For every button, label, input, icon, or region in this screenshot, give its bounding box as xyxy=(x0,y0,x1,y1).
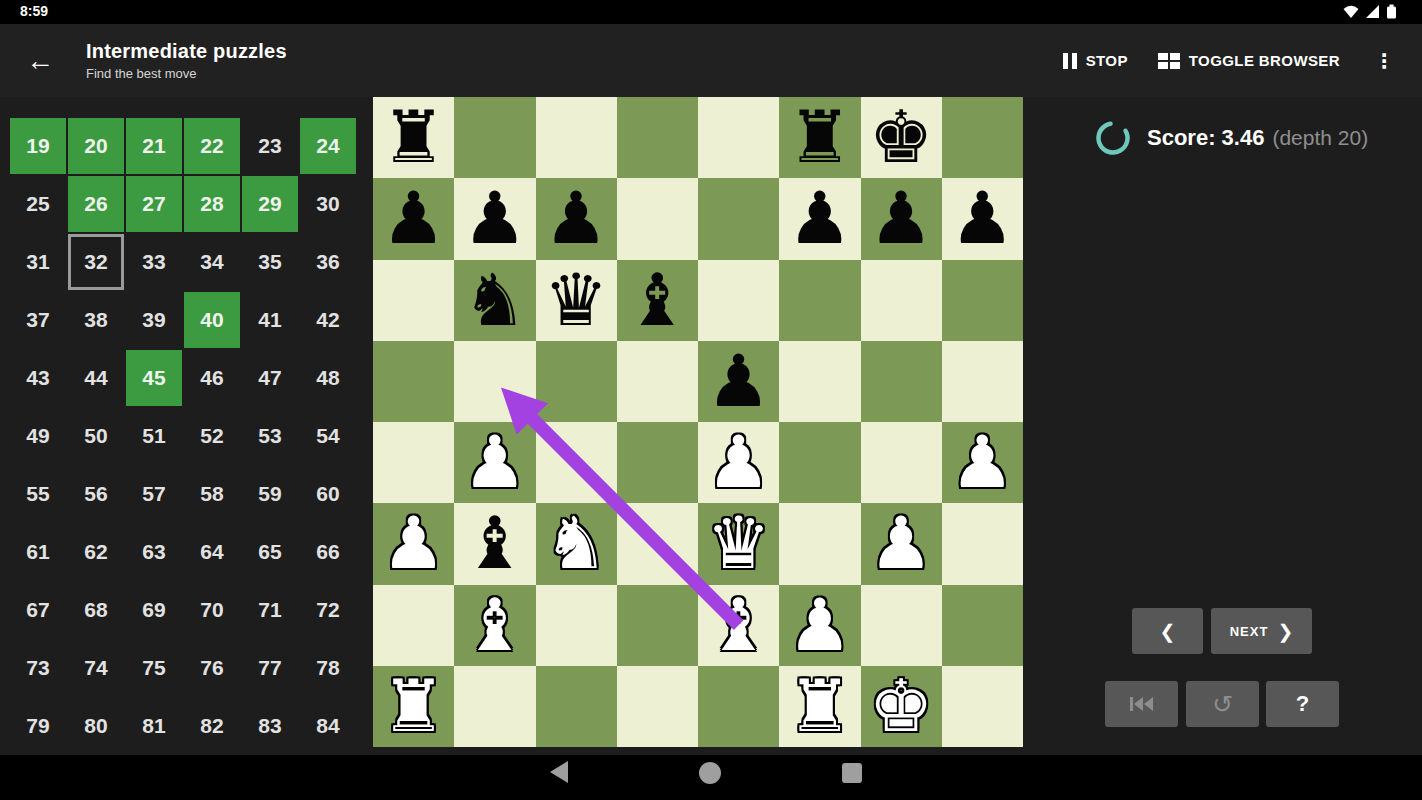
board-area: ♜♜♚♟♟♟♟♟♟♞♛♝♟♟♟♟♟♝♞♛♟♝♝♟♜♜♚ xyxy=(373,97,1023,747)
puzzle-number-51[interactable]: 51 xyxy=(126,408,182,464)
square-g2[interactable] xyxy=(861,585,942,666)
puzzle-number-33[interactable]: 33 xyxy=(126,234,182,290)
puzzle-number-84[interactable]: 84 xyxy=(300,698,356,754)
square-g3[interactable]: ♟ xyxy=(861,503,942,584)
browser-grid-icon xyxy=(1158,53,1180,69)
puzzle-number-35[interactable]: 35 xyxy=(242,234,298,290)
page-subtitle: Find the best move xyxy=(86,66,287,81)
square-g5[interactable] xyxy=(861,341,942,422)
puzzle-number-39[interactable]: 39 xyxy=(126,292,182,348)
page-title: Intermediate puzzles xyxy=(86,40,287,63)
wifi-icon xyxy=(1344,6,1359,18)
puzzle-number-22[interactable]: 22 xyxy=(184,118,240,174)
signal-icon xyxy=(1366,5,1379,18)
puzzle-number-55[interactable]: 55 xyxy=(10,466,66,522)
toggle-browser-button[interactable]: TOGGLE BROWSER xyxy=(1158,52,1340,69)
puzzle-number-48[interactable]: 48 xyxy=(300,350,356,406)
square-e8[interactable] xyxy=(698,97,779,178)
black-pawn: ♟ xyxy=(373,178,454,258)
square-b5[interactable] xyxy=(454,341,535,422)
square-h5[interactable] xyxy=(942,341,1023,422)
clock: 8:59 xyxy=(20,3,48,19)
chevron-right-icon: ❯ xyxy=(1277,620,1293,642)
square-h4[interactable]: ♟ xyxy=(942,422,1023,503)
square-b3[interactable]: ♝ xyxy=(454,503,535,584)
appbar-actions: STOP TOGGLE BROWSER ⋮ xyxy=(1063,49,1398,73)
black-knight: ♞ xyxy=(454,260,535,340)
puzzle-number-77[interactable]: 77 xyxy=(242,640,298,696)
skip-to-start-icon xyxy=(1130,697,1153,711)
puzzle-number-44[interactable]: 44 xyxy=(68,350,124,406)
puzzle-number-41[interactable]: 41 xyxy=(242,292,298,348)
puzzle-number-59[interactable]: 59 xyxy=(242,466,298,522)
square-e6[interactable] xyxy=(698,260,779,341)
square-f4[interactable] xyxy=(779,422,860,503)
square-h6[interactable] xyxy=(942,260,1023,341)
puzzle-number-80[interactable]: 80 xyxy=(68,698,124,754)
puzzle-number-67[interactable]: 67 xyxy=(10,582,66,638)
square-a8[interactable]: ♜ xyxy=(373,97,454,178)
square-c2[interactable] xyxy=(536,585,617,666)
puzzle-number-49[interactable]: 49 xyxy=(10,408,66,464)
puzzle-number-69[interactable]: 69 xyxy=(126,582,182,638)
puzzle-number-83[interactable]: 83 xyxy=(242,698,298,754)
chevron-left-icon: ❮ xyxy=(1160,620,1176,642)
puzzle-number-79[interactable]: 79 xyxy=(10,698,66,754)
android-recents-icon[interactable] xyxy=(842,763,862,783)
black-pawn: ♟ xyxy=(779,178,860,258)
black-pawn: ♟ xyxy=(454,178,535,258)
puzzle-number-64[interactable]: 64 xyxy=(184,524,240,580)
white-bishop: ♝ xyxy=(698,585,779,665)
square-a7[interactable]: ♟ xyxy=(373,178,454,259)
square-a1[interactable]: ♜ xyxy=(373,666,454,747)
status-icons xyxy=(1342,4,1408,20)
puzzle-number-20[interactable]: 20 xyxy=(68,118,124,174)
engine-score-row: Score: 3.46(depth 20) xyxy=(1094,119,1368,157)
puzzle-number-72[interactable]: 72 xyxy=(300,582,356,638)
square-h8[interactable] xyxy=(942,97,1023,178)
puzzle-number-63[interactable]: 63 xyxy=(126,524,182,580)
square-e4[interactable]: ♟ xyxy=(698,422,779,503)
pause-icon xyxy=(1063,53,1077,69)
square-f6[interactable] xyxy=(779,260,860,341)
square-g8[interactable]: ♚ xyxy=(861,97,942,178)
white-bishop: ♝ xyxy=(454,585,535,665)
white-pawn: ♟ xyxy=(942,422,1023,502)
puzzle-number-76[interactable]: 76 xyxy=(184,640,240,696)
black-bishop: ♝ xyxy=(617,260,698,340)
square-d5[interactable] xyxy=(617,341,698,422)
square-b6[interactable]: ♞ xyxy=(454,260,535,341)
square-f5[interactable] xyxy=(779,341,860,422)
help-button[interactable]: ? xyxy=(1266,681,1339,727)
puzzle-number-78[interactable]: 78 xyxy=(300,640,356,696)
square-e7[interactable] xyxy=(698,178,779,259)
puzzle-number-38[interactable]: 38 xyxy=(68,292,124,348)
square-c6[interactable]: ♛ xyxy=(536,260,617,341)
skip-to-start-button[interactable] xyxy=(1105,681,1178,727)
square-d3[interactable] xyxy=(617,503,698,584)
puzzle-number-34[interactable]: 34 xyxy=(184,234,240,290)
puzzle-number-75[interactable]: 75 xyxy=(126,640,182,696)
puzzle-number-66[interactable]: 66 xyxy=(300,524,356,580)
square-d4[interactable] xyxy=(617,422,698,503)
black-rook: ♜ xyxy=(779,97,860,177)
white-pawn: ♟ xyxy=(779,585,860,665)
square-b1[interactable] xyxy=(454,666,535,747)
puzzle-number-57[interactable]: 57 xyxy=(126,466,182,522)
puzzle-number-21[interactable]: 21 xyxy=(126,118,182,174)
square-a5[interactable] xyxy=(373,341,454,422)
square-a3[interactable]: ♟ xyxy=(373,503,454,584)
white-king: ♚ xyxy=(861,666,942,746)
black-pawn: ♟ xyxy=(861,178,942,258)
puzzle-number-19[interactable]: 19 xyxy=(10,118,66,174)
square-d8[interactable] xyxy=(617,97,698,178)
undo-icon: ↺ xyxy=(1212,692,1233,717)
square-d2[interactable] xyxy=(617,585,698,666)
android-home-icon[interactable] xyxy=(699,762,721,784)
puzzle-number-81[interactable]: 81 xyxy=(126,698,182,754)
puzzle-number-54[interactable]: 54 xyxy=(300,408,356,464)
puzzle-number-31[interactable]: 31 xyxy=(10,234,66,290)
white-knight: ♞ xyxy=(536,503,617,583)
white-rook: ♜ xyxy=(373,666,454,746)
puzzle-number-36[interactable]: 36 xyxy=(300,234,356,290)
square-c5[interactable] xyxy=(536,341,617,422)
puzzle-number-29[interactable]: 29 xyxy=(242,176,298,232)
square-e3[interactable]: ♛ xyxy=(698,503,779,584)
square-h2[interactable] xyxy=(942,585,1023,666)
white-pawn: ♟ xyxy=(698,422,779,502)
puzzle-number-82[interactable]: 82 xyxy=(184,698,240,754)
puzzle-number-25[interactable]: 25 xyxy=(10,176,66,232)
engine-spinner-icon xyxy=(1094,119,1132,157)
puzzle-number-53[interactable]: 53 xyxy=(242,408,298,464)
puzzle-number-27[interactable]: 27 xyxy=(126,176,182,232)
android-back-icon[interactable] xyxy=(550,761,568,783)
puzzle-number-45[interactable]: 45 xyxy=(126,350,182,406)
undo-move-button[interactable]: ↺ xyxy=(1186,681,1259,727)
black-rook: ♜ xyxy=(373,97,454,177)
black-pawn: ♟ xyxy=(942,178,1023,258)
puzzle-number-30[interactable]: 30 xyxy=(300,176,356,232)
puzzle-number-52[interactable]: 52 xyxy=(184,408,240,464)
back-arrow-icon[interactable]: ← xyxy=(26,47,54,75)
black-queen: ♛ xyxy=(536,260,617,340)
square-h3[interactable] xyxy=(942,503,1023,584)
puzzle-number-43[interactable]: 43 xyxy=(10,350,66,406)
white-pawn: ♟ xyxy=(861,503,942,583)
square-f2[interactable]: ♟ xyxy=(779,585,860,666)
square-f1[interactable]: ♜ xyxy=(779,666,860,747)
puzzle-number-65[interactable]: 65 xyxy=(242,524,298,580)
puzzle-grid: 1920212223242526272829303132333435363738… xyxy=(10,118,356,754)
square-b2[interactable]: ♝ xyxy=(454,585,535,666)
puzzle-number-60[interactable]: 60 xyxy=(300,466,356,522)
app-bar: ← Intermediate puzzles Find the best mov… xyxy=(0,24,1422,97)
square-f3[interactable] xyxy=(779,503,860,584)
square-e5[interactable]: ♟ xyxy=(698,341,779,422)
status-bar: 8:59 xyxy=(0,0,1422,24)
square-d7[interactable] xyxy=(617,178,698,259)
puzzle-number-24[interactable]: 24 xyxy=(300,118,356,174)
next-puzzle-button[interactable]: NEXT ❯ xyxy=(1211,608,1312,654)
square-b7[interactable]: ♟ xyxy=(454,178,535,259)
score-value: Score: 3.46(depth 20) xyxy=(1147,125,1368,151)
puzzle-number-74[interactable]: 74 xyxy=(68,640,124,696)
puzzle-number-73[interactable]: 73 xyxy=(10,640,66,696)
square-c3[interactable]: ♞ xyxy=(536,503,617,584)
puzzle-number-47[interactable]: 47 xyxy=(242,350,298,406)
puzzle-number-56[interactable]: 56 xyxy=(68,466,124,522)
app-screen: 8:59 ← Intermediate puzzles Find the bes… xyxy=(0,0,1422,800)
square-h7[interactable]: ♟ xyxy=(942,178,1023,259)
black-king: ♚ xyxy=(861,97,942,177)
square-a6[interactable] xyxy=(373,260,454,341)
square-g4[interactable] xyxy=(861,422,942,503)
puzzle-number-37[interactable]: 37 xyxy=(10,292,66,348)
square-c1[interactable] xyxy=(536,666,617,747)
puzzle-number-71[interactable]: 71 xyxy=(242,582,298,638)
help-icon: ? xyxy=(1296,691,1309,717)
square-e1[interactable] xyxy=(698,666,779,747)
puzzle-number-46[interactable]: 46 xyxy=(184,350,240,406)
square-d6[interactable]: ♝ xyxy=(617,260,698,341)
puzzle-number-40[interactable]: 40 xyxy=(184,292,240,348)
black-pawn: ♟ xyxy=(536,178,617,258)
puzzle-number-70[interactable]: 70 xyxy=(184,582,240,638)
battery-icon xyxy=(1387,7,1396,19)
title-block: Intermediate puzzles Find the best move xyxy=(86,40,287,81)
square-c7[interactable]: ♟ xyxy=(536,178,617,259)
puzzle-number-68[interactable]: 68 xyxy=(68,582,124,638)
square-h1[interactable] xyxy=(942,666,1023,747)
square-a4[interactable] xyxy=(373,422,454,503)
depth-label: (depth 20) xyxy=(1272,126,1368,149)
black-pawn: ♟ xyxy=(698,341,779,421)
square-g7[interactable]: ♟ xyxy=(861,178,942,259)
square-f7[interactable]: ♟ xyxy=(779,178,860,259)
previous-puzzle-button[interactable]: ❮ xyxy=(1132,608,1203,654)
puzzle-number-32[interactable]: 32 xyxy=(68,234,124,290)
white-pawn: ♟ xyxy=(373,503,454,583)
puzzle-number-26[interactable]: 26 xyxy=(68,176,124,232)
overflow-menu-icon[interactable]: ⋮ xyxy=(1370,49,1398,73)
square-b4[interactable]: ♟ xyxy=(454,422,535,503)
square-c4[interactable] xyxy=(536,422,617,503)
black-bishop: ♝ xyxy=(454,503,535,583)
puzzle-number-23[interactable]: 23 xyxy=(242,118,298,174)
puzzle-number-28[interactable]: 28 xyxy=(184,176,240,232)
puzzle-number-61[interactable]: 61 xyxy=(10,524,66,580)
square-f8[interactable]: ♜ xyxy=(779,97,860,178)
square-d1[interactable] xyxy=(617,666,698,747)
puzzle-number-42[interactable]: 42 xyxy=(300,292,356,348)
chess-board: ♜♜♚♟♟♟♟♟♟♞♛♝♟♟♟♟♟♝♞♛♟♝♝♟♜♜♚ xyxy=(373,97,1023,747)
white-rook: ♜ xyxy=(779,666,860,746)
puzzle-number-50[interactable]: 50 xyxy=(68,408,124,464)
square-g1[interactable]: ♚ xyxy=(861,666,942,747)
square-g6[interactable] xyxy=(861,260,942,341)
white-pawn: ♟ xyxy=(454,422,535,502)
white-queen: ♛ xyxy=(698,503,779,583)
square-c8[interactable] xyxy=(536,97,617,178)
square-b8[interactable] xyxy=(454,97,535,178)
puzzle-number-58[interactable]: 58 xyxy=(184,466,240,522)
square-e2[interactable]: ♝ xyxy=(698,585,779,666)
stop-button[interactable]: STOP xyxy=(1063,52,1128,69)
puzzle-number-62[interactable]: 62 xyxy=(68,524,124,580)
square-a2[interactable] xyxy=(373,585,454,666)
